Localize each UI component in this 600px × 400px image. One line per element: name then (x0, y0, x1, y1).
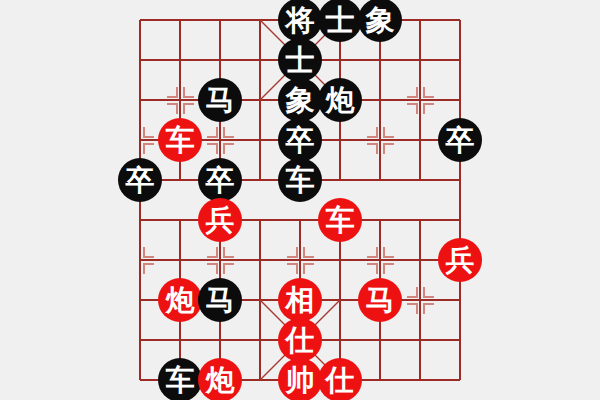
piece-black-chariot[interactable]: 车 (158, 358, 202, 400)
piece-black-advisor[interactable]: 士 (278, 38, 322, 82)
piece-black-soldier[interactable]: 卒 (118, 158, 162, 202)
piece-red-elephant[interactable]: 相 (278, 278, 322, 322)
piece-black-cannon[interactable]: 炮 (318, 78, 362, 122)
piece-black-general[interactable]: 将 (278, 0, 322, 42)
piece-black-chariot[interactable]: 车 (278, 158, 322, 202)
piece-black-soldier[interactable]: 卒 (198, 158, 242, 202)
piece-red-horse[interactable]: 马 (358, 278, 402, 322)
piece-red-general[interactable]: 帅 (278, 358, 322, 400)
piece-red-advisor[interactable]: 仕 (278, 318, 322, 362)
piece-red-soldier[interactable]: 兵 (198, 198, 242, 242)
xiangqi-app: 将士象士马象炮车卒卒卒卒车兵车兵炮马相马仕车炮帅仕 (0, 0, 600, 400)
piece-black-elephant[interactable]: 象 (278, 78, 322, 122)
xiangqi-board[interactable]: 将士象士马象炮车卒卒卒卒车兵车兵炮马相马仕车炮帅仕 (120, 0, 480, 400)
piece-black-horse[interactable]: 马 (198, 278, 242, 322)
piece-black-horse[interactable]: 马 (198, 78, 242, 122)
piece-red-soldier[interactable]: 兵 (438, 238, 482, 282)
piece-red-cannon[interactable]: 炮 (158, 278, 202, 322)
piece-red-chariot[interactable]: 车 (158, 118, 202, 162)
piece-black-elephant[interactable]: 象 (358, 0, 402, 42)
piece-red-cannon[interactable]: 炮 (198, 358, 242, 400)
piece-red-chariot[interactable]: 车 (318, 198, 362, 242)
piece-red-advisor[interactable]: 仕 (318, 358, 362, 400)
piece-black-soldier[interactable]: 卒 (438, 118, 482, 162)
piece-black-soldier[interactable]: 卒 (278, 118, 322, 162)
piece-black-advisor[interactable]: 士 (318, 0, 362, 42)
